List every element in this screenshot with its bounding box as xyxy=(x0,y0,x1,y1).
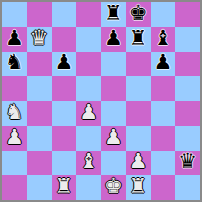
square-h3[interactable] xyxy=(175,126,200,151)
square-a4[interactable]: ♞ xyxy=(2,101,27,126)
chess-board: ♜♚♟♛♟♜♝♞♟♟♞♟♟♟♝♟♛♜♚♜ xyxy=(2,2,200,200)
square-b2[interactable] xyxy=(27,151,52,176)
square-c6[interactable]: ♟ xyxy=(52,52,77,77)
piece-white-pawn: ♟ xyxy=(129,151,148,172)
square-d4[interactable]: ♟ xyxy=(76,101,101,126)
square-g4[interactable] xyxy=(151,101,176,126)
square-b1[interactable] xyxy=(27,175,52,200)
square-c1[interactable]: ♜ xyxy=(52,175,77,200)
chess-board-frame: ♜♚♟♛♟♜♝♞♟♟♞♟♟♟♝♟♛♜♚♜ xyxy=(0,0,202,202)
square-c5[interactable] xyxy=(52,76,77,101)
square-a2[interactable] xyxy=(2,151,27,176)
piece-black-pawn: ♟ xyxy=(5,28,24,49)
piece-white-rook: ♜ xyxy=(129,176,148,197)
square-b5[interactable] xyxy=(27,76,52,101)
square-g7[interactable]: ♝ xyxy=(151,27,176,52)
square-f1[interactable]: ♜ xyxy=(126,175,151,200)
square-f2[interactable]: ♟ xyxy=(126,151,151,176)
square-b4[interactable] xyxy=(27,101,52,126)
square-f6[interactable] xyxy=(126,52,151,77)
piece-black-pawn: ♟ xyxy=(153,52,172,73)
piece-white-knight: ♞ xyxy=(5,102,24,123)
square-g2[interactable] xyxy=(151,151,176,176)
piece-white-king: ♚ xyxy=(104,176,123,197)
square-a7[interactable]: ♟ xyxy=(2,27,27,52)
square-b6[interactable] xyxy=(27,52,52,77)
square-f3[interactable] xyxy=(126,126,151,151)
square-h8[interactable] xyxy=(175,2,200,27)
piece-white-pawn: ♟ xyxy=(79,102,98,123)
square-e1[interactable]: ♚ xyxy=(101,175,126,200)
square-d5[interactable] xyxy=(76,76,101,101)
piece-black-bishop: ♝ xyxy=(153,28,172,49)
square-a3[interactable]: ♟ xyxy=(2,126,27,151)
square-g5[interactable] xyxy=(151,76,176,101)
square-e6[interactable] xyxy=(101,52,126,77)
square-a6[interactable]: ♞ xyxy=(2,52,27,77)
square-g6[interactable]: ♟ xyxy=(151,52,176,77)
square-b3[interactable] xyxy=(27,126,52,151)
square-d8[interactable] xyxy=(76,2,101,27)
square-d1[interactable] xyxy=(76,175,101,200)
square-f5[interactable] xyxy=(126,76,151,101)
square-c7[interactable] xyxy=(52,27,77,52)
piece-white-rook: ♜ xyxy=(54,176,73,197)
square-g3[interactable] xyxy=(151,126,176,151)
square-h7[interactable] xyxy=(175,27,200,52)
square-c3[interactable] xyxy=(52,126,77,151)
square-e4[interactable] xyxy=(101,101,126,126)
square-c2[interactable] xyxy=(52,151,77,176)
piece-black-pawn: ♟ xyxy=(104,28,123,49)
square-e8[interactable]: ♜ xyxy=(101,2,126,27)
square-h5[interactable] xyxy=(175,76,200,101)
square-d2[interactable]: ♝ xyxy=(76,151,101,176)
piece-white-bishop: ♝ xyxy=(79,151,98,172)
square-b8[interactable] xyxy=(27,2,52,27)
square-a8[interactable] xyxy=(2,2,27,27)
square-g8[interactable] xyxy=(151,2,176,27)
piece-white-queen: ♛ xyxy=(30,28,49,49)
square-g1[interactable] xyxy=(151,175,176,200)
piece-black-queen: ♛ xyxy=(178,151,197,172)
square-e7[interactable]: ♟ xyxy=(101,27,126,52)
square-h4[interactable] xyxy=(175,101,200,126)
square-d3[interactable] xyxy=(76,126,101,151)
square-e2[interactable] xyxy=(101,151,126,176)
square-f8[interactable]: ♚ xyxy=(126,2,151,27)
square-d6[interactable] xyxy=(76,52,101,77)
square-e3[interactable]: ♟ xyxy=(101,126,126,151)
square-e5[interactable] xyxy=(101,76,126,101)
piece-white-pawn: ♟ xyxy=(104,127,123,148)
piece-white-pawn: ♟ xyxy=(5,127,24,148)
square-d7[interactable] xyxy=(76,27,101,52)
square-a1[interactable] xyxy=(2,175,27,200)
square-a5[interactable] xyxy=(2,76,27,101)
square-h2[interactable]: ♛ xyxy=(175,151,200,176)
square-c8[interactable] xyxy=(52,2,77,27)
piece-black-knight: ♞ xyxy=(5,52,24,73)
piece-black-rook: ♜ xyxy=(104,3,123,24)
square-b7[interactable]: ♛ xyxy=(27,27,52,52)
square-f4[interactable] xyxy=(126,101,151,126)
square-h1[interactable] xyxy=(175,175,200,200)
square-c4[interactable] xyxy=(52,101,77,126)
piece-black-king: ♚ xyxy=(129,3,148,24)
square-f7[interactable]: ♜ xyxy=(126,27,151,52)
square-h6[interactable] xyxy=(175,52,200,77)
piece-black-rook: ♜ xyxy=(129,28,148,49)
piece-black-pawn: ♟ xyxy=(54,52,73,73)
